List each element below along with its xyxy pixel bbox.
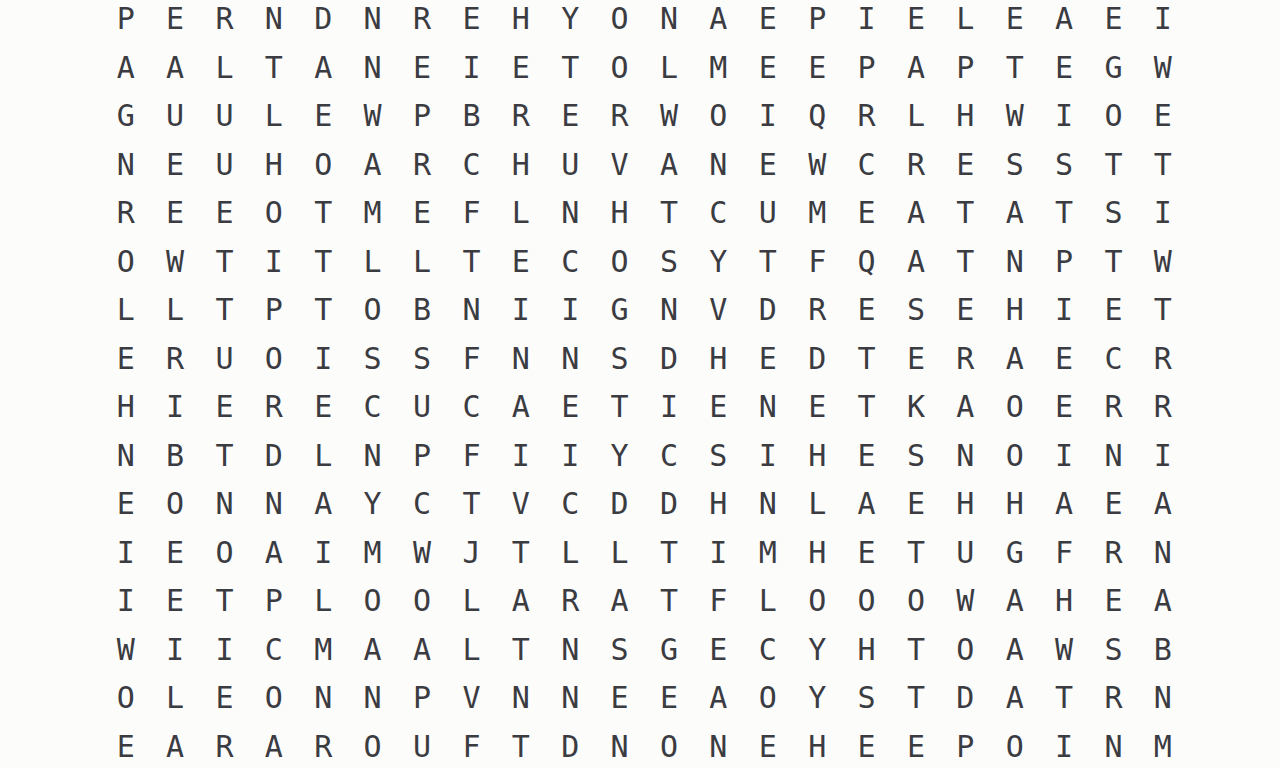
grid-cell[interactable]: T: [200, 238, 249, 287]
grid-cell[interactable]: M: [348, 189, 397, 238]
grid-cell[interactable]: P: [249, 286, 298, 335]
grid-cell[interactable]: R: [792, 286, 841, 335]
grid-cell[interactable]: O: [249, 335, 298, 384]
grid-cell[interactable]: T: [941, 238, 990, 287]
grid-cell[interactable]: E: [397, 44, 446, 93]
grid-cell[interactable]: P: [842, 44, 891, 93]
grid-cell[interactable]: O: [990, 383, 1039, 432]
grid-cell[interactable]: T: [644, 189, 693, 238]
grid-cell[interactable]: C: [743, 626, 792, 675]
grid-cell[interactable]: A: [348, 141, 397, 190]
grid-cell[interactable]: N: [595, 723, 644, 768]
grid-cell[interactable]: N: [1138, 529, 1187, 578]
grid-cell[interactable]: E: [743, 44, 792, 93]
grid-cell[interactable]: E: [644, 674, 693, 723]
grid-cell[interactable]: E: [150, 529, 199, 578]
grid-cell[interactable]: U: [397, 723, 446, 768]
grid-cell[interactable]: H: [842, 626, 891, 675]
grid-cell[interactable]: L: [299, 577, 348, 626]
grid-cell[interactable]: L: [891, 92, 940, 141]
grid-cell[interactable]: N: [546, 626, 595, 675]
grid-cell[interactable]: O: [595, 238, 644, 287]
grid-cell[interactable]: E: [1089, 0, 1138, 44]
grid-cell[interactable]: E: [842, 189, 891, 238]
grid-cell[interactable]: E: [792, 383, 841, 432]
grid-cell[interactable]: K: [891, 383, 940, 432]
grid-cell[interactable]: P: [397, 92, 446, 141]
grid-cell[interactable]: E: [743, 335, 792, 384]
grid-cell[interactable]: H: [990, 480, 1039, 529]
grid-cell[interactable]: I: [150, 383, 199, 432]
grid-cell[interactable]: G: [644, 626, 693, 675]
grid-cell[interactable]: T: [1039, 674, 1088, 723]
grid-cell[interactable]: W: [1138, 238, 1187, 287]
grid-cell[interactable]: N: [546, 335, 595, 384]
grid-cell[interactable]: I: [694, 529, 743, 578]
grid-cell[interactable]: W: [1138, 44, 1187, 93]
grid-cell[interactable]: T: [1138, 141, 1187, 190]
grid-cell[interactable]: I: [546, 286, 595, 335]
grid-cell[interactable]: T: [891, 626, 940, 675]
grid-cell[interactable]: N: [644, 286, 693, 335]
grid-cell[interactable]: A: [694, 0, 743, 44]
grid-cell[interactable]: N: [1138, 674, 1187, 723]
grid-cell[interactable]: E: [1039, 383, 1088, 432]
grid-cell[interactable]: W: [644, 92, 693, 141]
grid-cell[interactable]: E: [1089, 286, 1138, 335]
grid-cell[interactable]: O: [200, 529, 249, 578]
grid-cell[interactable]: I: [200, 626, 249, 675]
grid-cell[interactable]: A: [941, 383, 990, 432]
grid-cell[interactable]: O: [792, 577, 841, 626]
grid-cell[interactable]: A: [101, 44, 150, 93]
grid-cell[interactable]: L: [546, 529, 595, 578]
grid-cell[interactable]: L: [249, 92, 298, 141]
grid-cell[interactable]: S: [990, 141, 1039, 190]
grid-cell[interactable]: O: [249, 189, 298, 238]
grid-cell[interactable]: E: [1039, 335, 1088, 384]
grid-cell[interactable]: E: [743, 0, 792, 44]
grid-cell[interactable]: H: [941, 92, 990, 141]
grid-cell[interactable]: N: [249, 0, 298, 44]
grid-cell[interactable]: N: [348, 674, 397, 723]
grid-cell[interactable]: N: [200, 480, 249, 529]
grid-cell[interactable]: V: [595, 141, 644, 190]
grid-cell[interactable]: E: [990, 0, 1039, 44]
grid-cell[interactable]: U: [743, 189, 792, 238]
grid-cell[interactable]: R: [200, 0, 249, 44]
grid-cell[interactable]: A: [348, 626, 397, 675]
grid-cell[interactable]: W: [1039, 626, 1088, 675]
grid-cell[interactable]: I: [249, 238, 298, 287]
grid-cell[interactable]: N: [1089, 723, 1138, 768]
grid-cell[interactable]: T: [1039, 189, 1088, 238]
grid-cell[interactable]: T: [1089, 141, 1138, 190]
grid-cell[interactable]: E: [200, 383, 249, 432]
grid-cell[interactable]: O: [101, 674, 150, 723]
grid-cell[interactable]: W: [150, 238, 199, 287]
grid-cell[interactable]: A: [299, 480, 348, 529]
grid-cell[interactable]: L: [299, 432, 348, 481]
grid-cell[interactable]: N: [348, 44, 397, 93]
grid-cell[interactable]: N: [101, 432, 150, 481]
grid-cell[interactable]: T: [891, 529, 940, 578]
grid-cell[interactable]: D: [249, 432, 298, 481]
grid-cell[interactable]: N: [496, 674, 545, 723]
grid-cell[interactable]: L: [644, 44, 693, 93]
grid-cell[interactable]: O: [348, 577, 397, 626]
grid-cell[interactable]: O: [941, 626, 990, 675]
grid-cell[interactable]: C: [397, 480, 446, 529]
grid-cell[interactable]: L: [150, 674, 199, 723]
grid-cell[interactable]: T: [447, 480, 496, 529]
grid-cell[interactable]: M: [1138, 723, 1187, 768]
grid-cell[interactable]: O: [299, 141, 348, 190]
grid-cell[interactable]: E: [496, 44, 545, 93]
grid-cell[interactable]: E: [101, 723, 150, 768]
grid-cell[interactable]: D: [743, 286, 792, 335]
grid-cell[interactable]: Y: [595, 432, 644, 481]
grid-cell[interactable]: S: [397, 335, 446, 384]
grid-cell[interactable]: I: [299, 529, 348, 578]
grid-cell[interactable]: A: [1138, 480, 1187, 529]
grid-cell[interactable]: O: [990, 432, 1039, 481]
grid-cell[interactable]: E: [1089, 577, 1138, 626]
grid-cell[interactable]: C: [447, 141, 496, 190]
grid-cell[interactable]: T: [200, 432, 249, 481]
grid-cell[interactable]: I: [1138, 432, 1187, 481]
grid-cell[interactable]: O: [348, 723, 397, 768]
grid-cell[interactable]: M: [299, 626, 348, 675]
grid-cell[interactable]: I: [447, 44, 496, 93]
grid-cell[interactable]: N: [249, 480, 298, 529]
grid-cell[interactable]: Y: [546, 0, 595, 44]
grid-cell[interactable]: E: [1138, 92, 1187, 141]
grid-cell[interactable]: N: [743, 383, 792, 432]
grid-cell[interactable]: N: [496, 335, 545, 384]
grid-cell[interactable]: O: [249, 674, 298, 723]
grid-cell[interactable]: E: [842, 723, 891, 768]
grid-cell[interactable]: G: [595, 286, 644, 335]
grid-cell[interactable]: L: [447, 577, 496, 626]
grid-cell[interactable]: E: [150, 0, 199, 44]
grid-cell[interactable]: W: [101, 626, 150, 675]
grid-cell[interactable]: E: [200, 189, 249, 238]
grid-cell[interactable]: E: [150, 189, 199, 238]
grid-cell[interactable]: S: [1089, 626, 1138, 675]
grid-cell[interactable]: H: [694, 480, 743, 529]
grid-cell[interactable]: Y: [792, 674, 841, 723]
grid-cell[interactable]: E: [842, 529, 891, 578]
grid-cell[interactable]: E: [842, 286, 891, 335]
grid-cell[interactable]: L: [447, 626, 496, 675]
grid-cell[interactable]: P: [249, 577, 298, 626]
grid-cell[interactable]: B: [1138, 626, 1187, 675]
grid-cell[interactable]: O: [990, 723, 1039, 768]
grid-cell[interactable]: Y: [792, 626, 841, 675]
grid-cell[interactable]: C: [1089, 335, 1138, 384]
grid-cell[interactable]: D: [644, 480, 693, 529]
grid-cell[interactable]: L: [792, 480, 841, 529]
grid-cell[interactable]: B: [447, 92, 496, 141]
grid-cell[interactable]: I: [496, 286, 545, 335]
grid-cell[interactable]: T: [447, 238, 496, 287]
grid-cell[interactable]: E: [546, 92, 595, 141]
grid-cell[interactable]: A: [891, 238, 940, 287]
grid-cell[interactable]: W: [941, 577, 990, 626]
grid-cell[interactable]: O: [101, 238, 150, 287]
grid-cell[interactable]: T: [496, 529, 545, 578]
grid-cell[interactable]: T: [842, 335, 891, 384]
grid-cell[interactable]: L: [496, 189, 545, 238]
grid-cell[interactable]: E: [694, 383, 743, 432]
grid-cell[interactable]: H: [249, 141, 298, 190]
grid-cell[interactable]: A: [842, 480, 891, 529]
grid-cell[interactable]: L: [941, 0, 990, 44]
grid-cell[interactable]: I: [150, 626, 199, 675]
grid-cell[interactable]: L: [595, 529, 644, 578]
grid-cell[interactable]: F: [792, 238, 841, 287]
grid-cell[interactable]: E: [792, 44, 841, 93]
grid-cell[interactable]: H: [792, 723, 841, 768]
grid-cell[interactable]: F: [694, 577, 743, 626]
grid-cell[interactable]: A: [496, 383, 545, 432]
grid-cell[interactable]: U: [200, 92, 249, 141]
grid-cell[interactable]: O: [644, 723, 693, 768]
grid-cell[interactable]: S: [694, 432, 743, 481]
grid-cell[interactable]: R: [891, 141, 940, 190]
grid-cell[interactable]: D: [644, 335, 693, 384]
grid-cell[interactable]: W: [792, 141, 841, 190]
grid-cell[interactable]: T: [990, 44, 1039, 93]
grid-cell[interactable]: F: [1039, 529, 1088, 578]
grid-cell[interactable]: S: [595, 335, 644, 384]
grid-cell[interactable]: O: [694, 92, 743, 141]
grid-cell[interactable]: R: [1138, 383, 1187, 432]
grid-cell[interactable]: E: [496, 238, 545, 287]
grid-cell[interactable]: S: [891, 432, 940, 481]
grid-cell[interactable]: C: [842, 141, 891, 190]
grid-cell[interactable]: F: [447, 189, 496, 238]
grid-cell[interactable]: G: [1089, 44, 1138, 93]
grid-cell[interactable]: D: [941, 674, 990, 723]
grid-cell[interactable]: A: [595, 577, 644, 626]
grid-cell[interactable]: N: [348, 432, 397, 481]
grid-cell[interactable]: A: [1138, 577, 1187, 626]
grid-cell[interactable]: P: [941, 44, 990, 93]
grid-cell[interactable]: T: [1138, 286, 1187, 335]
grid-cell[interactable]: N: [546, 674, 595, 723]
grid-cell[interactable]: L: [101, 286, 150, 335]
grid-cell[interactable]: A: [990, 577, 1039, 626]
grid-cell[interactable]: E: [101, 480, 150, 529]
grid-cell[interactable]: R: [1138, 335, 1187, 384]
grid-cell[interactable]: I: [101, 577, 150, 626]
grid-cell[interactable]: M: [792, 189, 841, 238]
grid-cell[interactable]: R: [1089, 529, 1138, 578]
grid-cell[interactable]: U: [200, 335, 249, 384]
grid-cell[interactable]: E: [546, 383, 595, 432]
grid-cell[interactable]: I: [842, 0, 891, 44]
grid-cell[interactable]: R: [1089, 674, 1138, 723]
grid-cell[interactable]: C: [644, 432, 693, 481]
grid-cell[interactable]: O: [348, 286, 397, 335]
grid-cell[interactable]: C: [249, 626, 298, 675]
grid-cell[interactable]: M: [694, 44, 743, 93]
grid-cell[interactable]: T: [891, 674, 940, 723]
grid-cell[interactable]: S: [1089, 189, 1138, 238]
grid-cell[interactable]: E: [891, 335, 940, 384]
grid-cell[interactable]: A: [694, 674, 743, 723]
grid-cell[interactable]: A: [249, 723, 298, 768]
grid-cell[interactable]: T: [743, 238, 792, 287]
grid-cell[interactable]: H: [101, 383, 150, 432]
grid-cell[interactable]: N: [1089, 432, 1138, 481]
grid-cell[interactable]: D: [792, 335, 841, 384]
grid-cell[interactable]: A: [990, 335, 1039, 384]
grid-cell[interactable]: A: [990, 626, 1039, 675]
grid-cell[interactable]: O: [842, 577, 891, 626]
grid-cell[interactable]: Y: [348, 480, 397, 529]
grid-cell[interactable]: I: [1039, 432, 1088, 481]
grid-cell[interactable]: A: [249, 529, 298, 578]
grid-cell[interactable]: L: [200, 44, 249, 93]
grid-cell[interactable]: B: [150, 432, 199, 481]
grid-cell[interactable]: A: [299, 44, 348, 93]
grid-cell[interactable]: E: [101, 335, 150, 384]
grid-cell[interactable]: E: [150, 141, 199, 190]
grid-cell[interactable]: N: [743, 480, 792, 529]
grid-cell[interactable]: L: [348, 238, 397, 287]
grid-cell[interactable]: E: [941, 141, 990, 190]
grid-cell[interactable]: Q: [792, 92, 841, 141]
grid-cell[interactable]: P: [397, 674, 446, 723]
grid-cell[interactable]: R: [941, 335, 990, 384]
grid-cell[interactable]: P: [792, 0, 841, 44]
grid-cell[interactable]: V: [447, 674, 496, 723]
grid-cell[interactable]: T: [496, 626, 545, 675]
grid-cell[interactable]: T: [249, 44, 298, 93]
grid-cell[interactable]: R: [397, 0, 446, 44]
grid-cell[interactable]: P: [101, 0, 150, 44]
grid-cell[interactable]: H: [990, 286, 1039, 335]
grid-cell[interactable]: R: [200, 723, 249, 768]
grid-cell[interactable]: T: [595, 383, 644, 432]
grid-cell[interactable]: V: [694, 286, 743, 335]
grid-cell[interactable]: I: [1138, 0, 1187, 44]
grid-cell[interactable]: I: [1039, 92, 1088, 141]
grid-cell[interactable]: R: [397, 141, 446, 190]
grid-cell[interactable]: A: [990, 674, 1039, 723]
grid-cell[interactable]: R: [150, 335, 199, 384]
grid-cell[interactable]: D: [595, 480, 644, 529]
grid-cell[interactable]: E: [743, 723, 792, 768]
grid-cell[interactable]: V: [496, 480, 545, 529]
grid-cell[interactable]: N: [694, 141, 743, 190]
grid-cell[interactable]: O: [595, 0, 644, 44]
grid-cell[interactable]: T: [496, 723, 545, 768]
grid-cell[interactable]: H: [792, 432, 841, 481]
grid-cell[interactable]: E: [397, 189, 446, 238]
grid-cell[interactable]: N: [447, 286, 496, 335]
grid-cell[interactable]: L: [743, 577, 792, 626]
grid-cell[interactable]: E: [447, 0, 496, 44]
grid-cell[interactable]: O: [150, 480, 199, 529]
grid-cell[interactable]: E: [299, 383, 348, 432]
grid-cell[interactable]: H: [941, 480, 990, 529]
grid-cell[interactable]: R: [1089, 383, 1138, 432]
grid-cell[interactable]: W: [990, 92, 1039, 141]
grid-cell[interactable]: I: [743, 92, 792, 141]
grid-cell[interactable]: T: [644, 577, 693, 626]
grid-cell[interactable]: E: [150, 577, 199, 626]
grid-cell[interactable]: T: [200, 577, 249, 626]
grid-cell[interactable]: E: [842, 432, 891, 481]
grid-cell[interactable]: E: [743, 141, 792, 190]
grid-cell[interactable]: O: [397, 577, 446, 626]
grid-cell[interactable]: S: [348, 335, 397, 384]
grid-cell[interactable]: T: [941, 189, 990, 238]
grid-cell[interactable]: Q: [842, 238, 891, 287]
grid-cell[interactable]: E: [941, 286, 990, 335]
grid-cell[interactable]: E: [694, 626, 743, 675]
grid-cell[interactable]: I: [496, 432, 545, 481]
grid-cell[interactable]: I: [299, 335, 348, 384]
grid-cell[interactable]: I: [101, 529, 150, 578]
grid-cell[interactable]: N: [299, 674, 348, 723]
grid-cell[interactable]: A: [891, 189, 940, 238]
grid-cell[interactable]: T: [299, 189, 348, 238]
grid-cell[interactable]: H: [792, 529, 841, 578]
grid-cell[interactable]: R: [595, 92, 644, 141]
grid-cell[interactable]: N: [348, 0, 397, 44]
grid-cell[interactable]: H: [1039, 577, 1088, 626]
grid-cell[interactable]: O: [595, 44, 644, 93]
grid-cell[interactable]: A: [1039, 480, 1088, 529]
grid-cell[interactable]: E: [595, 674, 644, 723]
grid-cell[interactable]: N: [546, 189, 595, 238]
grid-cell[interactable]: C: [694, 189, 743, 238]
grid-cell[interactable]: A: [496, 577, 545, 626]
grid-cell[interactable]: D: [546, 723, 595, 768]
grid-cell[interactable]: Y: [694, 238, 743, 287]
grid-cell[interactable]: O: [1089, 92, 1138, 141]
grid-cell[interactable]: U: [150, 92, 199, 141]
grid-cell[interactable]: A: [397, 626, 446, 675]
grid-cell[interactable]: N: [694, 723, 743, 768]
grid-cell[interactable]: D: [299, 0, 348, 44]
grid-cell[interactable]: T: [546, 44, 595, 93]
grid-cell[interactable]: R: [249, 383, 298, 432]
grid-cell[interactable]: S: [1039, 141, 1088, 190]
grid-cell[interactable]: G: [101, 92, 150, 141]
grid-cell[interactable]: A: [990, 189, 1039, 238]
grid-cell[interactable]: R: [299, 723, 348, 768]
grid-cell[interactable]: A: [150, 723, 199, 768]
grid-cell[interactable]: T: [644, 529, 693, 578]
grid-cell[interactable]: P: [1039, 238, 1088, 287]
grid-cell[interactable]: W: [397, 529, 446, 578]
grid-cell[interactable]: N: [990, 238, 1039, 287]
grid-cell[interactable]: F: [447, 723, 496, 768]
grid-cell[interactable]: C: [546, 480, 595, 529]
grid-cell[interactable]: U: [546, 141, 595, 190]
grid-cell[interactable]: I: [1039, 723, 1088, 768]
grid-cell[interactable]: A: [644, 141, 693, 190]
grid-cell[interactable]: T: [299, 286, 348, 335]
grid-cell[interactable]: P: [397, 432, 446, 481]
grid-cell[interactable]: L: [397, 238, 446, 287]
